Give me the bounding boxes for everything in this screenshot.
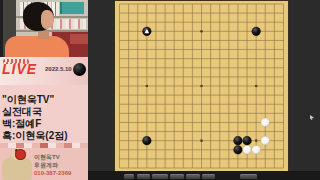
donation-channel: 이현욱TV [34, 153, 71, 161]
go-board[interactable] [115, 1, 288, 171]
live-banner: LIVE 2022.5.10 [0, 57, 88, 85]
live-label: LIVE [2, 62, 37, 76]
stone-white-R6 [261, 118, 270, 127]
books-teal [60, 2, 84, 14]
webcam-left-edge [0, 0, 3, 57]
match-info-panel: "이현욱TV" 실전대국 백:절예F 흑:이현욱(2점) [0, 85, 88, 143]
black-player: 흑:이현욱(2점) [2, 130, 88, 142]
star-point [200, 30, 203, 33]
donation-banner: 이현욱TV 후원계좌 010-387-2369 [0, 148, 88, 180]
match-type: 실전대국 [2, 106, 88, 118]
player-button[interactable] [137, 174, 150, 179]
stone-black-O3 [234, 145, 243, 154]
black-stone-icon [73, 63, 86, 76]
star-point [200, 139, 203, 142]
stone-black-Q16 [252, 27, 261, 36]
stone-white-P3 [243, 145, 252, 154]
star-point [255, 139, 258, 142]
player-button[interactable] [124, 174, 134, 179]
white-player: 백:절예F [2, 118, 88, 130]
player-button[interactable] [152, 174, 168, 179]
shelf-red-items [70, 34, 88, 44]
player-button[interactable] [170, 174, 184, 179]
stone-white-R4 [261, 136, 270, 145]
stream-date: 2022.5.10 [45, 66, 72, 72]
donation-text: 이현욱TV 후원계좌 010-387-2369 [34, 153, 71, 177]
webcam-panel [0, 0, 88, 57]
player-button[interactable] [202, 174, 215, 179]
donation-account-number: 010-387-2369 [34, 169, 71, 177]
star-point [200, 85, 203, 88]
player-button[interactable] [186, 174, 200, 179]
donation-account-label: 후원계좌 [34, 161, 71, 169]
stone-black-P4 [243, 136, 252, 145]
stone-white-Q3 [252, 145, 261, 154]
streamer-neck [38, 31, 49, 39]
stone-black-D4 [142, 136, 151, 145]
player-toolbar [88, 171, 320, 180]
stone-black-O4 [234, 136, 243, 145]
player-button[interactable] [240, 174, 257, 179]
star-point [255, 85, 258, 88]
red-seal-stamp [15, 149, 26, 160]
star-point [146, 85, 149, 88]
mouse-cursor [310, 115, 314, 120]
streamer-shirt [5, 36, 69, 57]
stream-frame: LIVE 2022.5.10 "이현욱TV" 실전대국 백:절예F 흑:이현욱(… [0, 0, 320, 180]
channel-title: "이현욱TV" [2, 94, 88, 106]
